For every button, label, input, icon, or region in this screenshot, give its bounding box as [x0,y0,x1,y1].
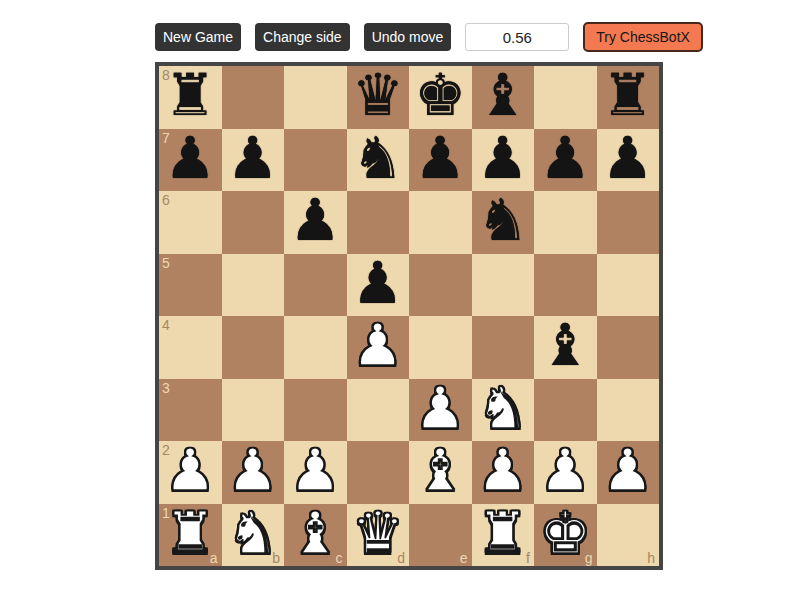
piece-white-pawn[interactable]: ♟ [164,441,216,499]
square-c4[interactable] [284,316,347,379]
piece-white-bishop[interactable]: ♝ [289,504,341,562]
square-b1[interactable]: b♞ [222,504,285,567]
square-a6[interactable]: 6 [159,191,222,254]
piece-black-pawn[interactable]: ♟ [352,254,404,312]
square-a7[interactable]: 7♟ [159,129,222,192]
piece-black-queen[interactable]: ♛ [352,66,404,124]
piece-black-king[interactable]: ♚ [414,66,466,124]
piece-white-pawn[interactable]: ♟ [352,316,404,374]
square-c1[interactable]: c♝ [284,504,347,567]
toolbar: New Game Change side Undo move Try Chess… [155,22,703,52]
piece-white-rook[interactable]: ♜ [164,504,216,562]
square-d7[interactable]: ♞ [347,129,410,192]
square-b3[interactable] [222,379,285,442]
piece-white-knight[interactable]: ♞ [227,504,279,562]
square-b6[interactable] [222,191,285,254]
square-f8[interactable]: ♝ [472,66,535,129]
square-e6[interactable] [409,191,472,254]
square-h4[interactable] [597,316,660,379]
piece-black-pawn[interactable]: ♟ [539,129,591,187]
square-h2[interactable]: ♟ [597,441,660,504]
square-a1[interactable]: 1a♜ [159,504,222,567]
square-a5[interactable]: 5 [159,254,222,317]
square-b4[interactable] [222,316,285,379]
square-b7[interactable]: ♟ [222,129,285,192]
square-f6[interactable]: ♞ [472,191,535,254]
square-f4[interactable] [472,316,535,379]
square-g6[interactable] [534,191,597,254]
try-chessbotx-button[interactable]: Try ChessBotX [583,22,703,52]
square-d3[interactable] [347,379,410,442]
piece-white-pawn[interactable]: ♟ [227,441,279,499]
square-e4[interactable] [409,316,472,379]
piece-black-bishop[interactable]: ♝ [477,66,529,124]
piece-black-pawn[interactable]: ♟ [414,129,466,187]
square-h3[interactable] [597,379,660,442]
square-e2[interactable]: ♝ [409,441,472,504]
piece-black-rook[interactable]: ♜ [602,66,654,124]
square-b2[interactable]: ♟ [222,441,285,504]
square-a8[interactable]: 8♜ [159,66,222,129]
square-e1[interactable]: e [409,504,472,567]
new-game-button[interactable]: New Game [155,23,241,51]
square-f5[interactable] [472,254,535,317]
piece-white-king[interactable]: ♚ [539,504,591,562]
square-c3[interactable] [284,379,347,442]
square-f1[interactable]: f♜ [472,504,535,567]
square-c5[interactable] [284,254,347,317]
square-c7[interactable] [284,129,347,192]
file-label-e: e [460,550,468,566]
piece-white-knight[interactable]: ♞ [477,379,529,437]
square-h8[interactable]: ♜ [597,66,660,129]
piece-white-bishop[interactable]: ♝ [414,441,466,499]
change-side-button[interactable]: Change side [255,23,350,51]
square-h5[interactable] [597,254,660,317]
square-f2[interactable]: ♟ [472,441,535,504]
square-d5[interactable]: ♟ [347,254,410,317]
square-e7[interactable]: ♟ [409,129,472,192]
piece-black-knight[interactable]: ♞ [352,129,404,187]
evaluation-input[interactable] [465,23,569,51]
square-b5[interactable] [222,254,285,317]
rank-label-3: 3 [162,380,170,396]
square-c2[interactable]: ♟ [284,441,347,504]
piece-black-pawn[interactable]: ♟ [477,129,529,187]
chess-board: 8♜♛♚♝♜7♟♟♞♟♟♟♟6♟♞5♟4♟♝3♟♞2♟♟♟♝♟♟♟1a♜b♞c♝… [155,62,663,570]
square-e5[interactable] [409,254,472,317]
square-e8[interactable]: ♚ [409,66,472,129]
undo-move-button[interactable]: Undo move [364,23,452,51]
square-h6[interactable] [597,191,660,254]
square-g3[interactable] [534,379,597,442]
piece-black-pawn[interactable]: ♟ [227,129,279,187]
piece-white-rook[interactable]: ♜ [477,504,529,562]
square-d1[interactable]: d♛ [347,504,410,567]
piece-black-pawn[interactable]: ♟ [289,191,341,249]
square-d4[interactable]: ♟ [347,316,410,379]
square-a3[interactable]: 3 [159,379,222,442]
square-d6[interactable] [347,191,410,254]
square-f7[interactable]: ♟ [472,129,535,192]
square-d8[interactable]: ♛ [347,66,410,129]
piece-white-pawn[interactable]: ♟ [289,441,341,499]
rank-label-5: 5 [162,255,170,271]
square-g7[interactable]: ♟ [534,129,597,192]
square-b8[interactable] [222,66,285,129]
square-c8[interactable] [284,66,347,129]
piece-black-pawn[interactable]: ♟ [164,129,216,187]
piece-black-bishop[interactable]: ♝ [539,316,591,374]
square-g8[interactable] [534,66,597,129]
piece-white-pawn[interactable]: ♟ [602,441,654,499]
square-g4[interactable]: ♝ [534,316,597,379]
piece-black-rook[interactable]: ♜ [164,66,216,124]
square-h1[interactable]: h [597,504,660,567]
square-e3[interactable]: ♟ [409,379,472,442]
chess-app: New Game Change side Undo move Try Chess… [0,0,800,592]
piece-white-queen[interactable]: ♛ [352,504,404,562]
square-a4[interactable]: 4 [159,316,222,379]
square-h7[interactable]: ♟ [597,129,660,192]
rank-label-4: 4 [162,317,170,333]
square-a2[interactable]: 2♟ [159,441,222,504]
piece-black-knight[interactable]: ♞ [477,191,529,249]
rank-label-6: 6 [162,192,170,208]
square-g2[interactable]: ♟ [534,441,597,504]
square-g5[interactable] [534,254,597,317]
piece-white-pawn[interactable]: ♟ [477,441,529,499]
square-c6[interactable]: ♟ [284,191,347,254]
square-d2[interactable] [347,441,410,504]
piece-white-pawn[interactable]: ♟ [539,441,591,499]
square-f3[interactable]: ♞ [472,379,535,442]
square-g1[interactable]: g♚ [534,504,597,567]
piece-white-pawn[interactable]: ♟ [414,379,466,437]
file-label-h: h [647,550,655,566]
piece-black-pawn[interactable]: ♟ [602,129,654,187]
